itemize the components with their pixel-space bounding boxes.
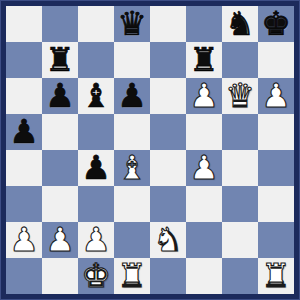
square-b1[interactable] [42, 258, 78, 294]
white-knight[interactable]: ♞ [153, 222, 183, 258]
white-rook[interactable]: ♜ [261, 258, 291, 294]
square-h8[interactable]: ♚ [258, 6, 294, 42]
square-b4[interactable] [42, 150, 78, 186]
square-e8[interactable] [150, 6, 186, 42]
square-c5[interactable] [78, 114, 114, 150]
square-d1[interactable]: ♜ [114, 258, 150, 294]
square-g5[interactable] [222, 114, 258, 150]
square-a3[interactable] [6, 186, 42, 222]
black-pawn[interactable]: ♟ [9, 114, 39, 150]
square-d5[interactable] [114, 114, 150, 150]
white-pawn[interactable]: ♟ [189, 150, 219, 186]
square-a6[interactable] [6, 78, 42, 114]
black-queen[interactable]: ♛ [117, 6, 147, 42]
square-f5[interactable] [186, 114, 222, 150]
square-a4[interactable] [6, 150, 42, 186]
square-d6[interactable]: ♟ [114, 78, 150, 114]
square-c2[interactable]: ♟ [78, 222, 114, 258]
square-h2[interactable] [258, 222, 294, 258]
white-queen[interactable]: ♛ [225, 78, 255, 114]
black-pawn[interactable]: ♟ [45, 78, 75, 114]
square-c8[interactable] [78, 6, 114, 42]
square-g6[interactable]: ♛ [222, 78, 258, 114]
white-king[interactable]: ♚ [81, 258, 111, 294]
square-e6[interactable] [150, 78, 186, 114]
square-g7[interactable] [222, 42, 258, 78]
square-f2[interactable] [186, 222, 222, 258]
square-c7[interactable] [78, 42, 114, 78]
white-rook[interactable]: ♜ [117, 258, 147, 294]
square-f6[interactable]: ♟ [186, 78, 222, 114]
square-d8[interactable]: ♛ [114, 6, 150, 42]
square-g2[interactable] [222, 222, 258, 258]
square-c1[interactable]: ♚ [78, 258, 114, 294]
square-b6[interactable]: ♟ [42, 78, 78, 114]
square-h3[interactable] [258, 186, 294, 222]
square-a1[interactable] [6, 258, 42, 294]
square-d2[interactable] [114, 222, 150, 258]
square-h4[interactable] [258, 150, 294, 186]
square-e5[interactable] [150, 114, 186, 150]
white-pawn[interactable]: ♟ [81, 222, 111, 258]
square-a5[interactable]: ♟ [6, 114, 42, 150]
square-h5[interactable] [258, 114, 294, 150]
black-rook[interactable]: ♜ [45, 42, 75, 78]
square-d7[interactable] [114, 42, 150, 78]
white-pawn[interactable]: ♟ [189, 78, 219, 114]
square-a7[interactable] [6, 42, 42, 78]
square-c4[interactable]: ♟ [78, 150, 114, 186]
square-g1[interactable] [222, 258, 258, 294]
square-c6[interactable]: ♝ [78, 78, 114, 114]
square-e4[interactable] [150, 150, 186, 186]
square-e2[interactable]: ♞ [150, 222, 186, 258]
black-king[interactable]: ♚ [261, 6, 291, 42]
square-f8[interactable] [186, 6, 222, 42]
white-pawn[interactable]: ♟ [261, 78, 291, 114]
square-e7[interactable] [150, 42, 186, 78]
black-pawn[interactable]: ♟ [117, 78, 147, 114]
black-rook[interactable]: ♜ [189, 42, 219, 78]
black-bishop[interactable]: ♝ [81, 78, 111, 114]
white-bishop[interactable]: ♝ [117, 150, 147, 186]
square-f1[interactable] [186, 258, 222, 294]
square-c3[interactable] [78, 186, 114, 222]
square-h6[interactable]: ♟ [258, 78, 294, 114]
square-b7[interactable]: ♜ [42, 42, 78, 78]
square-f7[interactable]: ♜ [186, 42, 222, 78]
black-pawn[interactable]: ♟ [81, 150, 111, 186]
square-d3[interactable] [114, 186, 150, 222]
white-pawn[interactable]: ♟ [9, 222, 39, 258]
square-b2[interactable]: ♟ [42, 222, 78, 258]
square-f4[interactable]: ♟ [186, 150, 222, 186]
square-h1[interactable]: ♜ [258, 258, 294, 294]
square-f3[interactable] [186, 186, 222, 222]
square-g8[interactable]: ♞ [222, 6, 258, 42]
square-b8[interactable] [42, 6, 78, 42]
square-g3[interactable] [222, 186, 258, 222]
square-e1[interactable] [150, 258, 186, 294]
board-frame: ♛♞♚♜♜♟♝♟♟♛♟♟♟♝♟♟♟♟♞♚♜♜ [0, 0, 300, 300]
square-a8[interactable] [6, 6, 42, 42]
square-b5[interactable] [42, 114, 78, 150]
white-pawn[interactable]: ♟ [45, 222, 75, 258]
chess-board: ♛♞♚♜♜♟♝♟♟♛♟♟♟♝♟♟♟♟♞♚♜♜ [6, 6, 294, 294]
black-knight[interactable]: ♞ [225, 6, 255, 42]
square-e3[interactable] [150, 186, 186, 222]
square-d4[interactable]: ♝ [114, 150, 150, 186]
square-b3[interactable] [42, 186, 78, 222]
square-a2[interactable]: ♟ [6, 222, 42, 258]
square-g4[interactable] [222, 150, 258, 186]
square-h7[interactable] [258, 42, 294, 78]
